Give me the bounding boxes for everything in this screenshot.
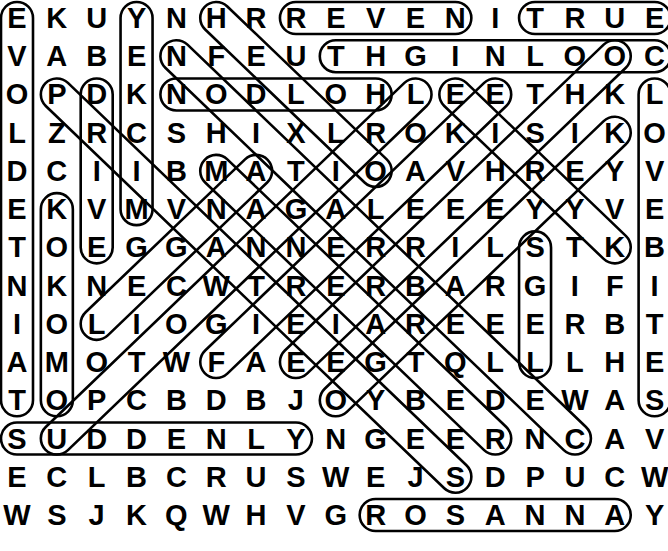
grid-cell[interactable]: T [276, 152, 316, 190]
grid-cell[interactable]: T [635, 305, 668, 343]
grid-cell[interactable]: R [196, 458, 236, 496]
grid-cell[interactable]: H [595, 343, 635, 381]
grid-cell[interactable]: T [236, 267, 276, 305]
grid-cell[interactable]: V [595, 190, 635, 228]
grid-cell[interactable]: N [77, 267, 117, 305]
grid-cell[interactable]: S [0, 420, 37, 458]
grid-cell[interactable]: D [0, 152, 37, 190]
grid-cell[interactable]: L [635, 75, 668, 113]
grid-cell[interactable]: N [276, 228, 316, 266]
grid-cell[interactable]: B [396, 381, 436, 419]
grid-cell[interactable]: K [37, 190, 77, 228]
grid-cell[interactable]: B [635, 228, 668, 266]
grid-cell[interactable]: L [475, 228, 515, 266]
grid-cell[interactable]: O [316, 75, 356, 113]
grid-cell[interactable]: G [515, 267, 555, 305]
grid-cell[interactable]: E [117, 37, 157, 75]
grid-cell[interactable]: E [396, 190, 436, 228]
grid-cell[interactable]: N [156, 0, 196, 37]
grid-cell[interactable]: I [236, 114, 276, 152]
grid-cell[interactable]: Z [37, 114, 77, 152]
grid-cell[interactable]: A [595, 381, 635, 419]
grid-cell[interactable]: R [77, 114, 117, 152]
grid-cell[interactable]: G [196, 305, 236, 343]
grid-cell[interactable]: A [475, 496, 515, 534]
grid-cell[interactable]: N [515, 496, 555, 534]
grid-cell[interactable]: I [77, 152, 117, 190]
grid-cell[interactable]: R [236, 0, 276, 37]
grid-cell[interactable]: K [595, 75, 635, 113]
grid-cell[interactable]: V [156, 190, 196, 228]
grid-cell[interactable]: O [396, 496, 436, 534]
grid-cell[interactable]: L [396, 75, 436, 113]
grid-cell[interactable]: L [236, 420, 276, 458]
grid-cell[interactable]: R [396, 228, 436, 266]
grid-cell[interactable]: E [635, 190, 668, 228]
grid-cell[interactable]: Y [515, 190, 555, 228]
grid-cell[interactable]: A [595, 420, 635, 458]
grid-cell[interactable]: M [117, 190, 157, 228]
grid-cell[interactable]: E [316, 267, 356, 305]
grid-cell[interactable]: Y [555, 190, 595, 228]
grid-cell[interactable]: C [37, 458, 77, 496]
grid-cell[interactable]: S [435, 496, 475, 534]
grid-cell[interactable]: K [117, 75, 157, 113]
grid-cell[interactable]: H [356, 75, 396, 113]
grid-cell[interactable]: A [236, 343, 276, 381]
grid-cell[interactable]: C [117, 381, 157, 419]
grid-cell[interactable]: I [316, 152, 356, 190]
grid-cell[interactable]: I [435, 228, 475, 266]
grid-cell[interactable]: D [117, 420, 157, 458]
grid-cell[interactable]: S [635, 381, 668, 419]
grid-cell[interactable]: X [276, 114, 316, 152]
grid-cell[interactable]: G [396, 37, 436, 75]
grid-cell[interactable]: Y [595, 152, 635, 190]
grid-cell[interactable]: L [316, 114, 356, 152]
grid-cell[interactable]: S [515, 228, 555, 266]
grid-cell[interactable]: O [316, 381, 356, 419]
grid-cell[interactable]: U [595, 0, 635, 37]
grid-cell[interactable]: E [276, 305, 316, 343]
grid-cell[interactable]: I [0, 305, 37, 343]
grid-cell[interactable]: T [515, 0, 555, 37]
grid-cell[interactable]: V [635, 152, 668, 190]
grid-cell[interactable]: E [356, 458, 396, 496]
grid-cell[interactable]: W [555, 381, 595, 419]
word-search-board: EKUYNHRREVENITRUEVABENFEUTHGINLOOCOPDKNO… [0, 0, 668, 551]
grid-cell[interactable]: S [37, 496, 77, 534]
grid-cell[interactable]: I [316, 305, 356, 343]
grid-cell[interactable]: K [435, 114, 475, 152]
grid-cell[interactable]: C [117, 114, 157, 152]
grid-cell[interactable]: K [595, 228, 635, 266]
grid-cell[interactable]: T [316, 37, 356, 75]
grid-cell[interactable]: I [635, 267, 668, 305]
grid-cell[interactable]: S [276, 458, 316, 496]
grid-cell[interactable]: E [435, 305, 475, 343]
grid-cell[interactable]: I [236, 305, 276, 343]
grid-cell[interactable]: O [0, 75, 37, 113]
grid-cell[interactable]: O [156, 305, 196, 343]
grid-cell[interactable]: E [316, 343, 356, 381]
grid-cell[interactable]: Y [276, 420, 316, 458]
grid-cell[interactable]: P [37, 75, 77, 113]
grid-cell[interactable]: I [475, 0, 515, 37]
grid-cell[interactable]: A [435, 267, 475, 305]
grid-cell[interactable]: T [555, 228, 595, 266]
grid-cell[interactable]: U [236, 458, 276, 496]
grid-cell[interactable]: U [555, 458, 595, 496]
grid-cell[interactable]: I [555, 114, 595, 152]
grid-cell[interactable]: E [77, 228, 117, 266]
grid-cell[interactable]: R [555, 0, 595, 37]
grid-cell[interactable]: N [475, 37, 515, 75]
grid-cell[interactable]: E [0, 190, 37, 228]
grid-cell[interactable]: A [0, 343, 37, 381]
grid-cell[interactable]: L [356, 190, 396, 228]
grid-cell[interactable]: I [435, 37, 475, 75]
grid-cell[interactable]: L [276, 75, 316, 113]
grid-cell[interactable]: Y [356, 381, 396, 419]
grid-cell[interactable]: R [555, 305, 595, 343]
grid-cell[interactable]: H [196, 0, 236, 37]
grid-cell[interactable]: J [77, 496, 117, 534]
grid-cell[interactable]: D [475, 458, 515, 496]
grid-cell[interactable]: O [77, 343, 117, 381]
grid-cell[interactable]: E [555, 152, 595, 190]
grid-cell[interactable]: I [117, 305, 157, 343]
grid-cell[interactable]: V [635, 420, 668, 458]
grid-cell[interactable]: D [77, 420, 117, 458]
grid-cell[interactable]: H [356, 37, 396, 75]
grid-cell[interactable]: C [156, 458, 196, 496]
grid-cell[interactable]: F [196, 37, 236, 75]
grid-cell[interactable]: E [635, 0, 668, 37]
grid-cell[interactable]: A [236, 152, 276, 190]
grid-cell[interactable]: B [156, 381, 196, 419]
grid-cell[interactable]: F [595, 267, 635, 305]
grid-cell[interactable]: I [555, 267, 595, 305]
grid-cell[interactable]: D [196, 381, 236, 419]
grid-cell[interactable]: R [515, 152, 555, 190]
grid-cell[interactable]: E [475, 305, 515, 343]
grid-cell[interactable]: T [396, 343, 436, 381]
grid-cell[interactable]: R [356, 267, 396, 305]
grid-cell[interactable]: E [316, 228, 356, 266]
grid-cell[interactable]: O [555, 37, 595, 75]
grid-cell[interactable]: B [77, 37, 117, 75]
grid-cell[interactable]: B [236, 381, 276, 419]
grid-cell[interactable]: E [435, 381, 475, 419]
grid-cell[interactable]: E [475, 75, 515, 113]
grid-cell[interactable]: S [515, 114, 555, 152]
grid-cell[interactable]: P [515, 458, 555, 496]
grid-cell[interactable]: N [196, 190, 236, 228]
grid-cell[interactable]: E [117, 267, 157, 305]
grid-cell[interactable]: A [396, 152, 436, 190]
grid-cell[interactable]: K [37, 267, 77, 305]
grid-cell[interactable]: A [356, 305, 396, 343]
grid-cell[interactable]: G [356, 420, 396, 458]
grid-cell[interactable]: I [475, 114, 515, 152]
grid-cell[interactable]: E [396, 420, 436, 458]
grid-cell[interactable]: O [196, 75, 236, 113]
grid-cell[interactable]: M [196, 152, 236, 190]
grid-cell[interactable]: J [276, 381, 316, 419]
grid-cell[interactable]: B [595, 305, 635, 343]
grid-cell[interactable]: W [196, 496, 236, 534]
grid-cell[interactable]: P [77, 381, 117, 419]
grid-cell[interactable]: A [595, 496, 635, 534]
grid-cell[interactable]: L [475, 343, 515, 381]
grid-cell[interactable]: E [276, 343, 316, 381]
grid-cell[interactable]: R [475, 420, 515, 458]
grid-cell[interactable]: N [236, 228, 276, 266]
grid-cell[interactable]: V [435, 152, 475, 190]
grid-cell[interactable]: D [475, 381, 515, 419]
grid-cell[interactable]: G [117, 228, 157, 266]
grid-cell[interactable]: N [156, 75, 196, 113]
grid-cell[interactable]: O [37, 305, 77, 343]
grid-cell[interactable]: Y [117, 0, 157, 37]
grid-cell[interactable]: O [595, 37, 635, 75]
grid-cell[interactable]: M [37, 343, 77, 381]
grid-cell[interactable]: E [316, 0, 356, 37]
grid-cell[interactable]: E [435, 75, 475, 113]
grid-cell[interactable]: D [77, 75, 117, 113]
grid-cell[interactable]: C [156, 267, 196, 305]
grid-cell[interactable]: O [635, 114, 668, 152]
grid-cell[interactable]: W [156, 343, 196, 381]
grid-cell[interactable]: R [356, 114, 396, 152]
grid-cell[interactable]: E [0, 458, 37, 496]
grid-cell[interactable]: V [276, 496, 316, 534]
grid-cell[interactable]: G [356, 343, 396, 381]
grid-cell[interactable]: U [276, 37, 316, 75]
grid-cell[interactable]: R [276, 0, 316, 37]
grid-cell[interactable]: N [555, 496, 595, 534]
grid-cell[interactable]: L [515, 343, 555, 381]
grid-cell[interactable]: B [117, 458, 157, 496]
grid-cell[interactable]: C [555, 420, 595, 458]
grid-cell[interactable]: K [595, 114, 635, 152]
grid-cell[interactable]: R [356, 496, 396, 534]
grid-cell[interactable]: B [156, 152, 196, 190]
grid-cell[interactable]: R [396, 305, 436, 343]
grid-cell[interactable]: K [37, 0, 77, 37]
grid-cell[interactable]: U [77, 0, 117, 37]
grid-cell[interactable]: O [356, 152, 396, 190]
grid-cell[interactable]: E [635, 343, 668, 381]
grid-cell[interactable]: E [0, 0, 37, 37]
grid-cell[interactable]: E [396, 0, 436, 37]
grid-cell[interactable]: R [475, 267, 515, 305]
grid-cell[interactable]: C [37, 152, 77, 190]
grid-cell[interactable]: W [0, 496, 37, 534]
grid-cell[interactable]: Q [435, 343, 475, 381]
grid-cell[interactable]: N [435, 0, 475, 37]
grid-cell[interactable]: D [236, 75, 276, 113]
grid-cell[interactable]: E [435, 190, 475, 228]
grid-cell[interactable]: W [635, 458, 668, 496]
grid-cell[interactable]: N [0, 267, 37, 305]
grid-cell[interactable]: E [515, 381, 555, 419]
grid-cell[interactable]: E [435, 420, 475, 458]
letter-grid: EKUYNHRREVENITRUEVABENFEUTHGINLOOCOPDKNO… [0, 0, 668, 551]
grid-cell[interactable]: I [117, 152, 157, 190]
grid-cell[interactable]: R [276, 267, 316, 305]
grid-cell[interactable]: V [0, 37, 37, 75]
grid-cell[interactable]: T [0, 381, 37, 419]
grid-cell[interactable]: A [316, 190, 356, 228]
grid-cell[interactable]: E [156, 420, 196, 458]
grid-cell[interactable]: R [356, 228, 396, 266]
grid-cell[interactable]: L [0, 114, 37, 152]
grid-cell[interactable]: T [0, 228, 37, 266]
grid-cell[interactable]: L [77, 305, 117, 343]
grid-cell[interactable]: H [555, 75, 595, 113]
grid-cell[interactable]: T [117, 343, 157, 381]
grid-cell[interactable]: Y [635, 496, 668, 534]
grid-cell[interactable]: T [515, 75, 555, 113]
grid-cell[interactable]: N [196, 420, 236, 458]
grid-cell[interactable]: G [156, 228, 196, 266]
grid-cell[interactable]: Q [156, 496, 196, 534]
grid-cell[interactable]: O [37, 228, 77, 266]
grid-cell[interactable]: L [555, 343, 595, 381]
grid-cell[interactable]: V [77, 190, 117, 228]
grid-cell[interactable]: E [236, 37, 276, 75]
grid-cell[interactable]: H [236, 496, 276, 534]
grid-cell[interactable]: B [396, 267, 436, 305]
grid-cell[interactable]: A [37, 37, 77, 75]
grid-cell[interactable]: J [396, 458, 436, 496]
grid-cell[interactable]: W [196, 267, 236, 305]
grid-cell[interactable]: F [196, 343, 236, 381]
grid-cell[interactable]: E [475, 190, 515, 228]
grid-cell[interactable]: K [117, 496, 157, 534]
grid-cell[interactable]: O [37, 381, 77, 419]
grid-cell[interactable]: G [316, 496, 356, 534]
grid-cell[interactable]: W [316, 458, 356, 496]
grid-cell[interactable]: G [276, 190, 316, 228]
grid-cell[interactable]: S [156, 114, 196, 152]
grid-cell[interactable]: A [196, 228, 236, 266]
grid-cell[interactable]: H [196, 114, 236, 152]
grid-cell[interactable]: S [435, 458, 475, 496]
grid-cell[interactable]: U [37, 420, 77, 458]
grid-cell[interactable]: A [236, 190, 276, 228]
grid-cell[interactable]: H [475, 152, 515, 190]
grid-cell[interactable]: L [515, 37, 555, 75]
grid-cell[interactable]: C [595, 458, 635, 496]
grid-cell[interactable]: N [316, 420, 356, 458]
grid-cell[interactable]: N [156, 37, 196, 75]
grid-cell[interactable]: C [635, 37, 668, 75]
grid-cell[interactable]: N [515, 420, 555, 458]
grid-cell[interactable]: L [77, 458, 117, 496]
grid-cell[interactable]: E [515, 305, 555, 343]
grid-cell[interactable]: O [396, 114, 436, 152]
grid-cell[interactable]: V [356, 0, 396, 37]
